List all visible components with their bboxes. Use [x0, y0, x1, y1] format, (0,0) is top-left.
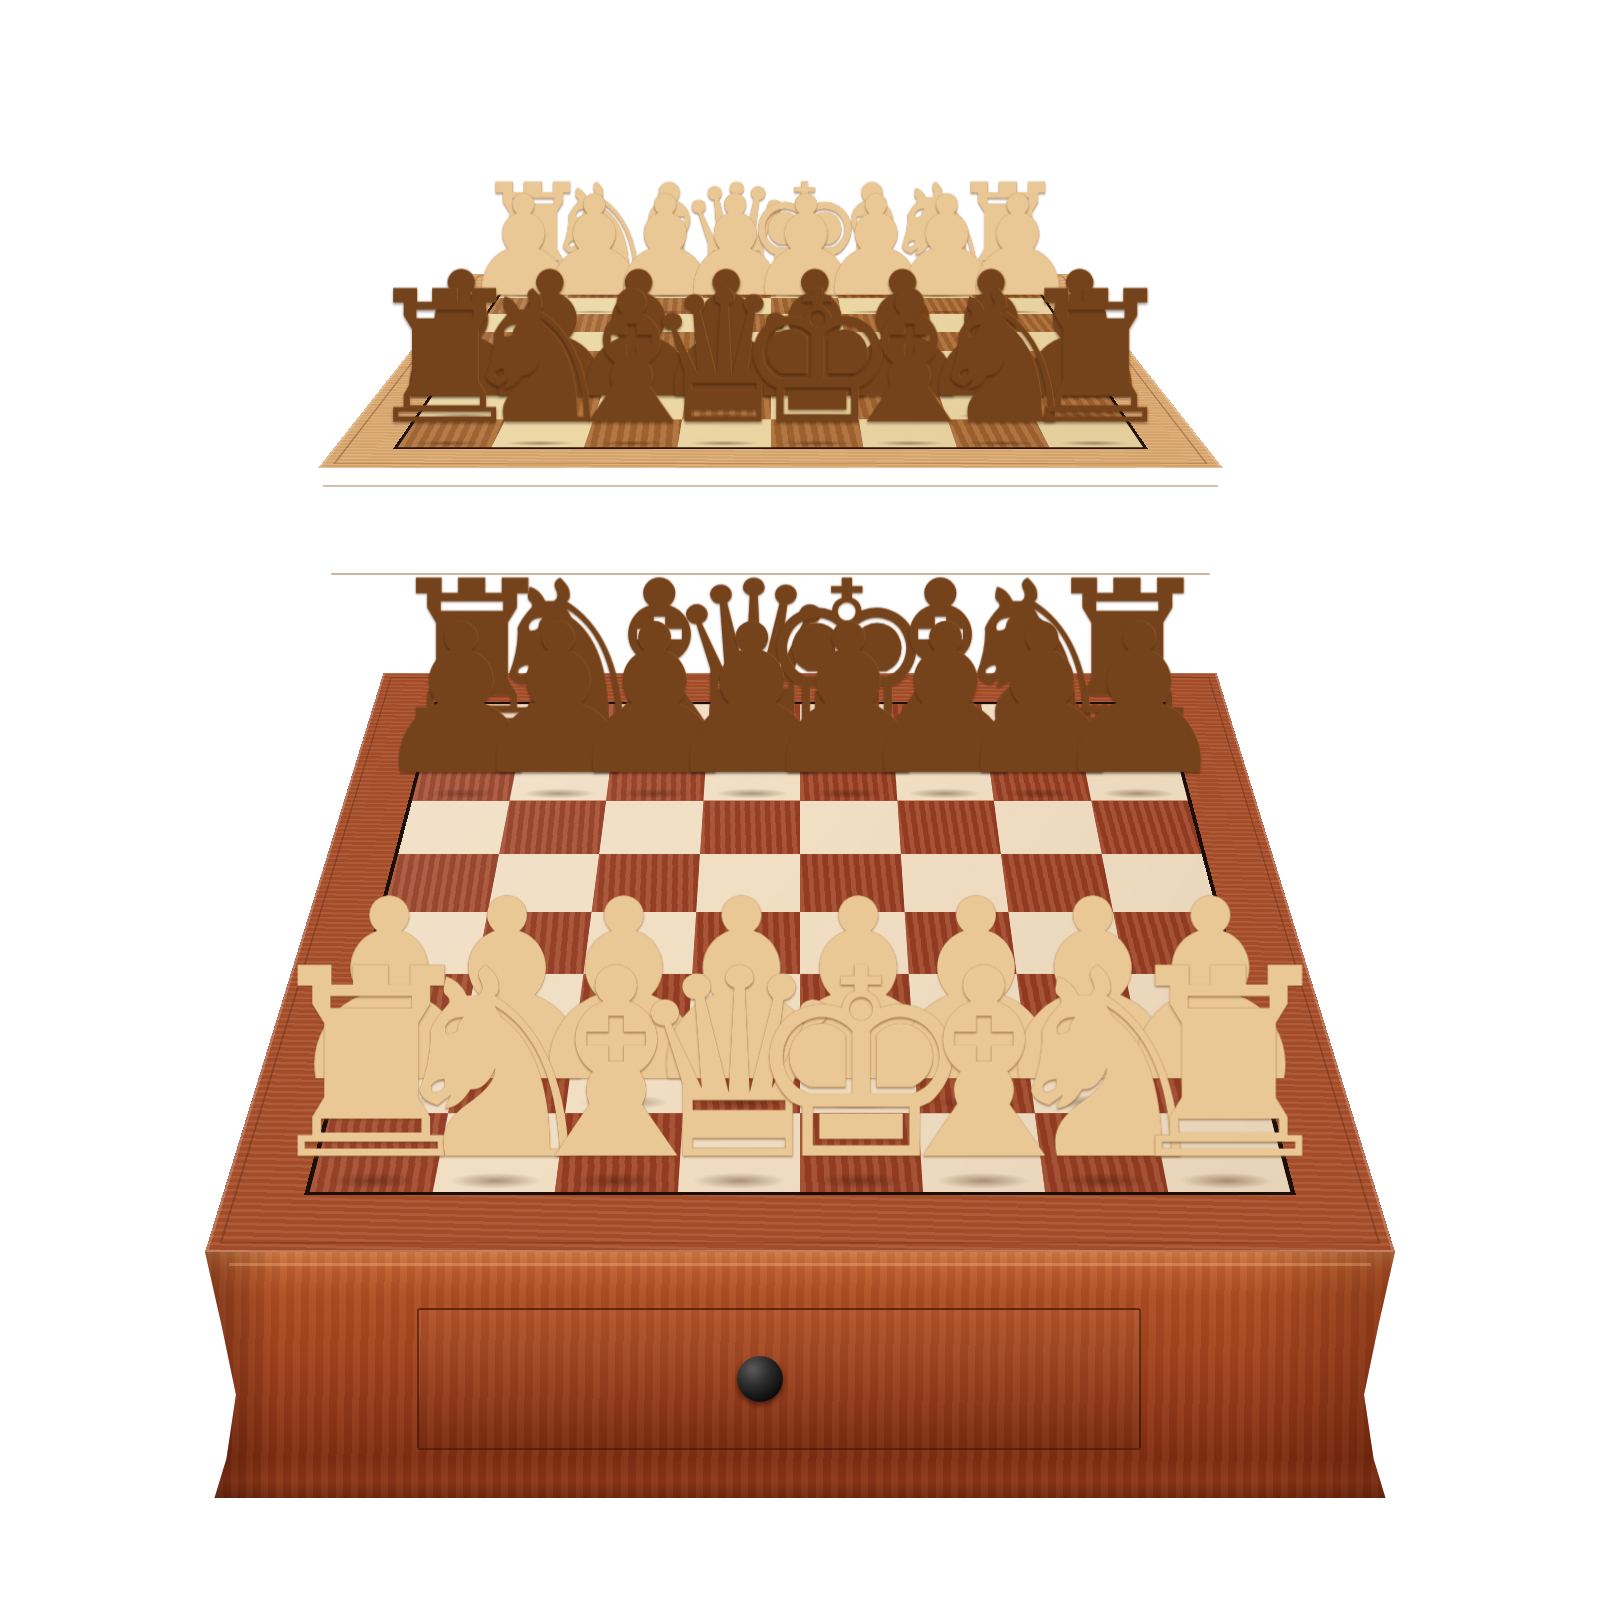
square-g8: ♞	[981, 704, 1081, 751]
square-e5	[800, 854, 904, 911]
square-e3	[800, 973, 913, 1040]
square-d1: ♛	[677, 1113, 800, 1192]
square-c5	[592, 854, 700, 911]
square-f2: ♟	[913, 1040, 1035, 1113]
piece-dark-pawn: ♟	[1046, 603, 1231, 799]
square-e1: ♚	[800, 1113, 923, 1192]
square-b7: ♟	[509, 751, 612, 801]
square-c1: ♝	[555, 1113, 683, 1192]
square-h5	[1101, 854, 1216, 911]
square-f6	[897, 801, 1001, 854]
square-a4	[367, 912, 487, 974]
piece-light-rook: ♜	[254, 941, 488, 1189]
piece-dark-knight: ♞	[477, 559, 656, 749]
square-f3	[908, 973, 1025, 1040]
piece-dark-rook: ♜	[1038, 559, 1217, 749]
square-h8: ♜	[1072, 704, 1175, 751]
piece-light-queen: ♛	[622, 941, 856, 1189]
square-c3	[575, 973, 692, 1040]
square-f4	[904, 912, 1016, 974]
piece-dark-bishop: ♝	[570, 559, 749, 749]
board-bottom: ♜♞♝♛♚♝♞♜♟♟♟♟♟♟♟♟♟♟♟♟♟♟♟♟♜♞♝♛♚♝♞♜	[205, 673, 1395, 1252]
mahogany-box-front	[205, 1252, 1395, 1498]
square-a5	[383, 854, 498, 911]
mahogany-board-scene: ♜♞♝♛♚♝♞♜♟♟♟♟♟♟♟♟♟♟♟♟♟♟♟♟♜♞♝♛♚♝♞♜	[205, 62, 1395, 1252]
square-d5	[696, 854, 800, 911]
square-e7: ♟	[800, 751, 897, 801]
piece-light-pawn: ♟	[629, 873, 853, 1111]
square-f1: ♝	[917, 1113, 1045, 1192]
square-b3	[462, 973, 583, 1040]
piece-light-rook: ♜	[1111, 941, 1345, 1189]
square-e2: ♟	[800, 1040, 917, 1113]
square-h7: ♟	[1081, 751, 1188, 801]
square-f8: ♝	[891, 704, 988, 751]
square-g6	[994, 801, 1101, 854]
square-g7: ♟	[987, 751, 1090, 801]
piece-light-pawn: ♟	[746, 873, 970, 1111]
square-a1: ♜	[310, 1113, 448, 1192]
square-g5	[1001, 854, 1113, 911]
piece-light-king: ♚	[744, 941, 978, 1189]
square-b4	[475, 912, 591, 974]
square-h6	[1091, 801, 1202, 854]
drawer-front	[417, 1308, 1141, 1450]
square-b5	[487, 854, 599, 911]
square-a7: ♟	[412, 751, 519, 801]
square-d8: ♛	[706, 704, 800, 751]
square-b6	[499, 801, 606, 854]
drawer-knob	[737, 1356, 783, 1402]
piece-light-pawn: ♟	[981, 873, 1205, 1111]
piece-light-knight: ♞	[989, 941, 1223, 1189]
piece-light-pawn: ♟	[864, 873, 1088, 1111]
square-c2: ♟	[565, 1040, 687, 1113]
square-e6	[800, 801, 900, 854]
square-d3	[687, 973, 800, 1040]
piece-dark-pawn: ♟	[659, 603, 844, 799]
square-g2: ♟	[1025, 1040, 1152, 1113]
piece-light-pawn: ♟	[512, 873, 736, 1111]
piece-dark-rook: ♜	[383, 559, 562, 749]
piece-dark-pawn: ♟	[562, 603, 747, 799]
square-b2: ♟	[448, 1040, 575, 1113]
piece-dark-pawn: ♟	[368, 603, 553, 799]
square-h2: ♟	[1138, 1040, 1270, 1113]
square-h4	[1113, 912, 1233, 974]
piece-dark-knight: ♞	[944, 559, 1123, 749]
square-h3	[1125, 973, 1251, 1040]
piece-light-pawn: ♟	[277, 873, 501, 1111]
square-b8: ♞	[519, 704, 619, 751]
square-h1: ♜	[1152, 1113, 1290, 1192]
square-c7: ♟	[606, 751, 706, 801]
square-g3	[1017, 973, 1138, 1040]
square-g1: ♞	[1035, 1113, 1168, 1192]
square-f7: ♟	[894, 751, 994, 801]
square-a2: ♟	[330, 1040, 462, 1113]
square-b1: ♞	[432, 1113, 565, 1192]
board-bottom-grid: ♜♞♝♛♚♝♞♜♟♟♟♟♟♟♟♟♟♟♟♟♟♟♟♟♜♞♝♛♚♝♞♜	[310, 704, 1291, 1192]
square-d7: ♟	[703, 751, 800, 801]
square-e8: ♚	[800, 704, 894, 751]
square-c6	[599, 801, 703, 854]
piece-dark-queen: ♛	[664, 559, 843, 749]
square-d2: ♟	[683, 1040, 800, 1113]
piece-light-pawn: ♟	[395, 873, 619, 1111]
square-e4	[800, 912, 908, 974]
square-d4	[692, 912, 800, 974]
square-a3	[349, 973, 475, 1040]
square-a8: ♜	[425, 704, 528, 751]
piece-light-pawn: ♟	[1098, 873, 1322, 1111]
piece-dark-bishop: ♝	[851, 559, 1030, 749]
piece-dark-king: ♚	[757, 559, 936, 749]
square-f5	[900, 854, 1008, 911]
square-a6	[398, 801, 509, 854]
board-bottom-border-line: ♜♞♝♛♚♝♞♜♟♟♟♟♟♟♟♟♟♟♟♟♟♟♟♟♜♞♝♛♚♝♞♜	[304, 702, 1296, 1195]
piece-dark-pawn: ♟	[756, 603, 941, 799]
piece-dark-pawn: ♟	[949, 603, 1134, 799]
square-g4	[1008, 912, 1124, 974]
mahogany-chess-set: ♜♞♝♛♚♝♞♜♟♟♟♟♟♟♟♟♟♟♟♟♟♟♟♟♜♞♝♛♚♝♞♜	[205, 62, 1395, 1252]
piece-dark-pawn: ♟	[465, 603, 650, 799]
piece-dark-pawn: ♟	[853, 603, 1038, 799]
board-bottom-frame: ♜♞♝♛♚♝♞♜♟♟♟♟♟♟♟♟♟♟♟♟♟♟♟♟♜♞♝♛♚♝♞♜	[205, 673, 1395, 1252]
piece-light-bishop: ♝	[866, 941, 1100, 1189]
square-c8: ♝	[613, 704, 710, 751]
piece-light-bishop: ♝	[499, 941, 733, 1189]
square-d6	[700, 801, 800, 854]
product-photo: ♜♞♝♛♚♝♞♜♟♟♟♟♟♟♟♟♟♟♟♟♟♟♟♟♜♞♝♛♚♝♞♜ ♜♞♝♛♚♝♞…	[0, 0, 1600, 1600]
square-c4	[583, 912, 695, 974]
piece-light-knight: ♞	[377, 941, 611, 1189]
